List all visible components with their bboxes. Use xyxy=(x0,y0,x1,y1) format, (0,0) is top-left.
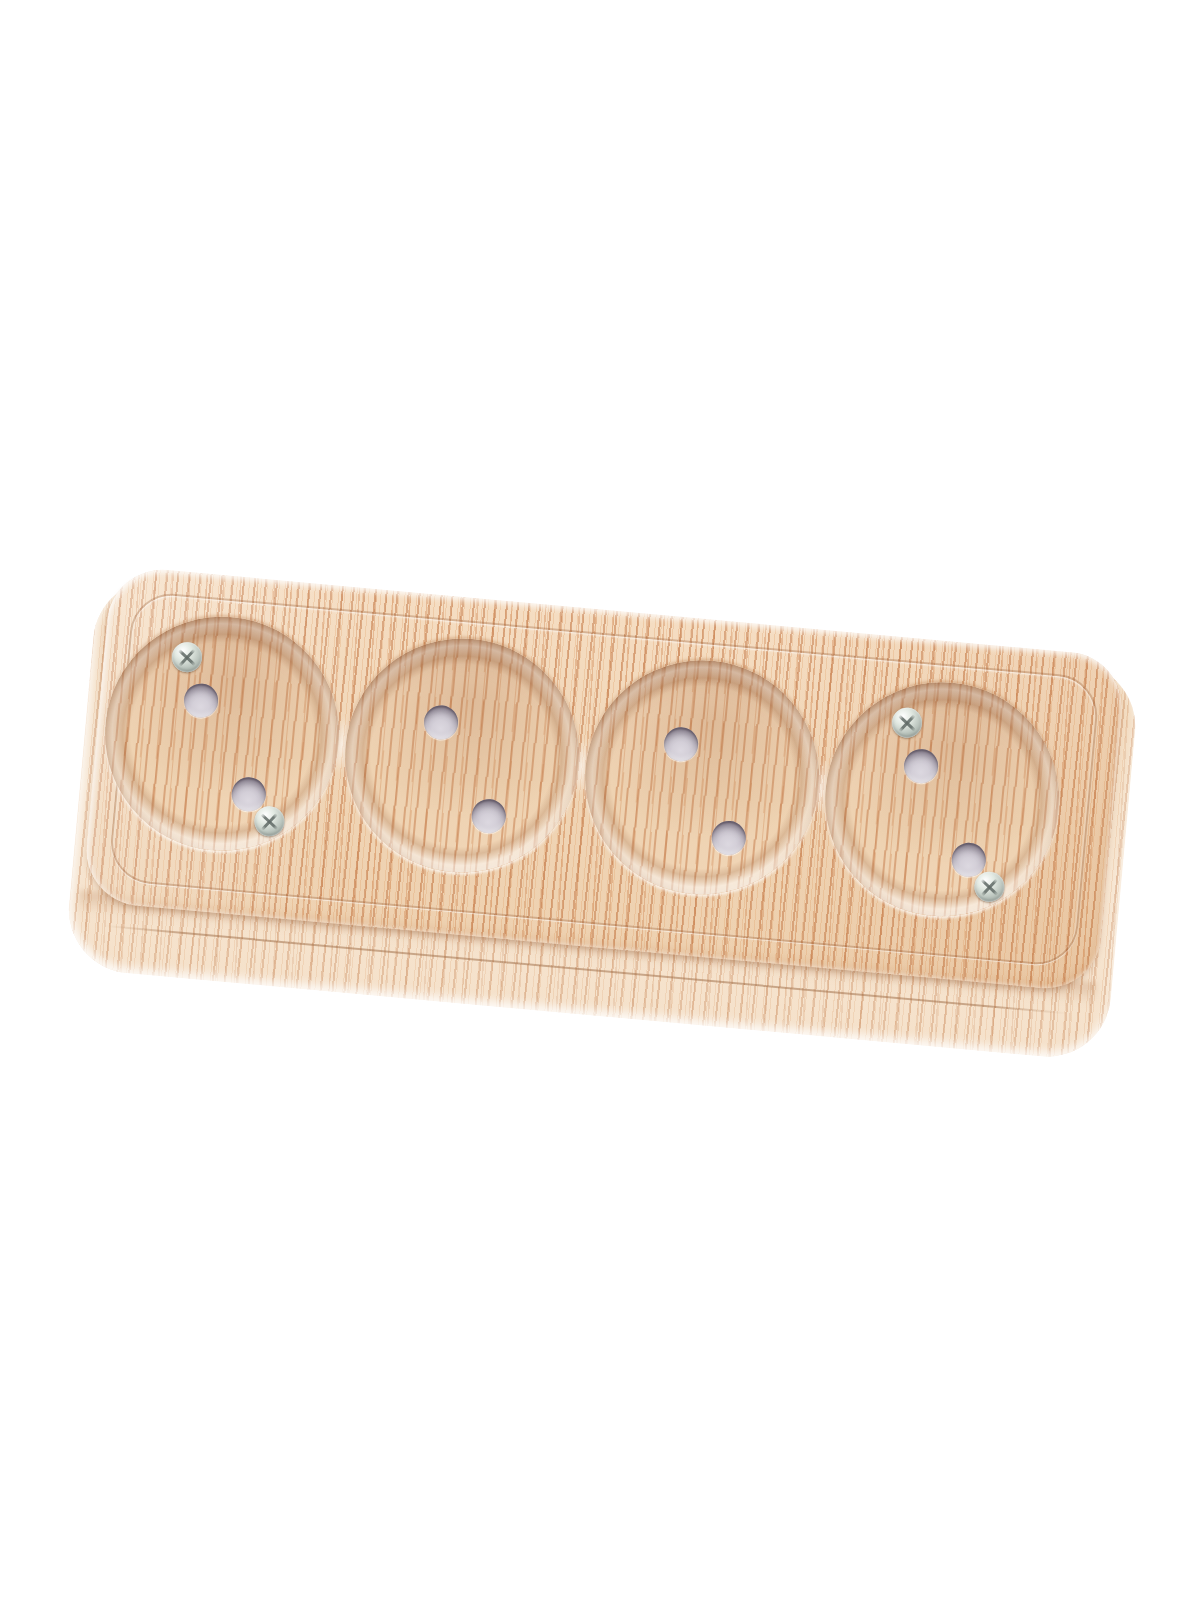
pin-hole-left xyxy=(423,704,460,741)
pin-hole-right xyxy=(710,820,747,857)
screw-icon xyxy=(891,706,924,739)
socket-block xyxy=(68,565,1147,1137)
pin-hole-left xyxy=(903,748,940,785)
screw-icon xyxy=(171,641,204,674)
pin-hole-right xyxy=(470,798,507,835)
screw-icon xyxy=(253,805,286,838)
pin-hole-left xyxy=(183,682,220,719)
screw-icon xyxy=(973,871,1006,904)
pin-hole-left xyxy=(663,726,700,763)
